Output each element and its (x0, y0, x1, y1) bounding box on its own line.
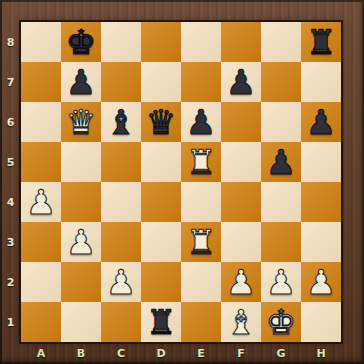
square-h1[interactable] (301, 302, 341, 342)
square-g2[interactable]: ♟ (261, 262, 301, 302)
white-pawn[interactable]: ♟ (66, 222, 96, 262)
rank-label-5: 5 (0, 142, 21, 182)
square-f7[interactable]: ♟ (221, 62, 261, 102)
square-h3[interactable] (301, 222, 341, 262)
square-b2[interactable] (61, 262, 101, 302)
square-c5[interactable] (101, 142, 141, 182)
black-rook[interactable]: ♜ (146, 302, 176, 342)
square-a2[interactable] (21, 262, 61, 302)
square-a7[interactable] (21, 62, 61, 102)
white-rook[interactable]: ♜ (186, 142, 216, 182)
white-pawn[interactable]: ♟ (306, 262, 336, 302)
square-a8[interactable] (21, 22, 61, 62)
square-e4[interactable] (181, 182, 221, 222)
square-c4[interactable] (101, 182, 141, 222)
white-pawn[interactable]: ♟ (226, 262, 256, 302)
square-d3[interactable] (141, 222, 181, 262)
black-bishop[interactable]: ♝ (106, 102, 136, 142)
square-a1[interactable] (21, 302, 61, 342)
rank-labels: 87654321 (0, 22, 21, 342)
square-h8[interactable]: ♜ (301, 22, 341, 62)
file-label-h: H (301, 342, 341, 364)
square-e3[interactable]: ♜ (181, 222, 221, 262)
square-d6[interactable]: ♛ (141, 102, 181, 142)
rank-label-3: 3 (0, 222, 21, 262)
square-f1[interactable]: ♝ (221, 302, 261, 342)
rank-label-2: 2 (0, 262, 21, 302)
square-c7[interactable] (101, 62, 141, 102)
square-g4[interactable] (261, 182, 301, 222)
white-king[interactable]: ♚ (266, 302, 296, 342)
square-e8[interactable] (181, 22, 221, 62)
file-label-c: C (101, 342, 141, 364)
square-f3[interactable] (221, 222, 261, 262)
black-pawn[interactable]: ♟ (266, 142, 296, 182)
square-f5[interactable] (221, 142, 261, 182)
square-f2[interactable]: ♟ (221, 262, 261, 302)
rank-label-4: 4 (0, 182, 21, 222)
black-queen[interactable]: ♛ (146, 102, 176, 142)
square-f4[interactable] (221, 182, 261, 222)
white-pawn[interactable]: ♟ (106, 262, 136, 302)
square-g5[interactable]: ♟ (261, 142, 301, 182)
square-b7[interactable]: ♟ (61, 62, 101, 102)
square-c1[interactable] (101, 302, 141, 342)
rank-label-1: 1 (0, 302, 21, 342)
square-b1[interactable] (61, 302, 101, 342)
square-a3[interactable] (21, 222, 61, 262)
square-e1[interactable] (181, 302, 221, 342)
white-pawn[interactable]: ♟ (26, 182, 56, 222)
black-pawn[interactable]: ♟ (186, 102, 216, 142)
square-d5[interactable] (141, 142, 181, 182)
file-labels: ABCDEFGH (21, 342, 341, 364)
square-b3[interactable]: ♟ (61, 222, 101, 262)
black-pawn[interactable]: ♟ (306, 102, 336, 142)
file-label-b: B (61, 342, 101, 364)
square-e6[interactable]: ♟ (181, 102, 221, 142)
square-c2[interactable]: ♟ (101, 262, 141, 302)
square-d7[interactable] (141, 62, 181, 102)
square-b4[interactable] (61, 182, 101, 222)
white-queen[interactable]: ♛ (66, 102, 96, 142)
square-a6[interactable] (21, 102, 61, 142)
white-rook[interactable]: ♜ (186, 222, 216, 262)
square-f8[interactable] (221, 22, 261, 62)
black-pawn[interactable]: ♟ (226, 62, 256, 102)
file-label-d: D (141, 342, 181, 364)
square-c3[interactable] (101, 222, 141, 262)
square-f6[interactable] (221, 102, 261, 142)
square-h7[interactable] (301, 62, 341, 102)
square-e2[interactable] (181, 262, 221, 302)
rank-label-8: 8 (0, 22, 21, 62)
rank-label-6: 6 (0, 102, 21, 142)
square-c6[interactable]: ♝ (101, 102, 141, 142)
square-g8[interactable] (261, 22, 301, 62)
file-label-a: A (21, 342, 61, 364)
square-h5[interactable] (301, 142, 341, 182)
black-pawn[interactable]: ♟ (66, 62, 96, 102)
square-g7[interactable] (261, 62, 301, 102)
square-a5[interactable] (21, 142, 61, 182)
square-c8[interactable] (101, 22, 141, 62)
black-king[interactable]: ♚ (66, 22, 96, 62)
square-g1[interactable]: ♚ (261, 302, 301, 342)
square-d8[interactable] (141, 22, 181, 62)
square-d4[interactable] (141, 182, 181, 222)
file-label-f: F (221, 342, 261, 364)
white-bishop[interactable]: ♝ (226, 302, 256, 342)
square-d2[interactable] (141, 262, 181, 302)
square-a4[interactable]: ♟ (21, 182, 61, 222)
chess-board-screenshot: 87654321 ♚♜♟♟♛♝♛♟♟♜♟♟♟♜♟♟♟♟♜♝♚ ABCDEFGH (0, 0, 364, 364)
square-d1[interactable]: ♜ (141, 302, 181, 342)
rank-label-7: 7 (0, 62, 21, 102)
square-b5[interactable] (61, 142, 101, 182)
square-e7[interactable] (181, 62, 221, 102)
white-pawn[interactable]: ♟ (266, 262, 296, 302)
file-label-e: E (181, 342, 221, 364)
black-rook[interactable]: ♜ (306, 22, 336, 62)
square-g3[interactable] (261, 222, 301, 262)
square-b8[interactable]: ♚ (61, 22, 101, 62)
square-h2[interactable]: ♟ (301, 262, 341, 302)
square-g6[interactable] (261, 102, 301, 142)
chess-board: ♚♜♟♟♛♝♛♟♟♜♟♟♟♜♟♟♟♟♜♝♚ (21, 22, 341, 342)
square-h6[interactable]: ♟ (301, 102, 341, 142)
file-label-g: G (261, 342, 301, 364)
square-e5[interactable]: ♜ (181, 142, 221, 182)
square-b6[interactable]: ♛ (61, 102, 101, 142)
square-h4[interactable] (301, 182, 341, 222)
